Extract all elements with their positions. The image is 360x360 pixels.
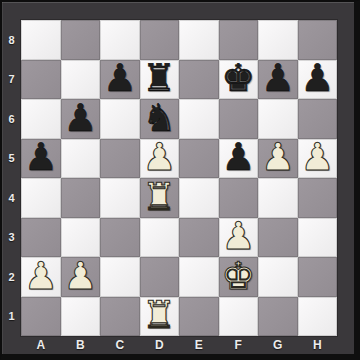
- square-f7[interactable]: ♚: [219, 60, 259, 100]
- square-c6[interactable]: [100, 99, 140, 139]
- square-d8[interactable]: [140, 20, 180, 60]
- white-king[interactable]: ♚: [221, 257, 255, 295]
- file-label-g: G: [258, 336, 298, 354]
- rank-label-5: 5: [2, 139, 21, 179]
- square-c2[interactable]: [100, 257, 140, 297]
- square-e4[interactable]: [179, 178, 219, 218]
- square-c1[interactable]: [100, 297, 140, 337]
- black-pawn[interactable]: ♟: [63, 99, 97, 137]
- rank-label-6: 6: [2, 99, 21, 139]
- square-e7[interactable]: [179, 60, 219, 100]
- square-e5[interactable]: [179, 139, 219, 179]
- square-c8[interactable]: [100, 20, 140, 60]
- square-h5[interactable]: ♟: [298, 139, 338, 179]
- file-label-h: H: [298, 336, 338, 354]
- white-pawn[interactable]: ♟: [63, 257, 97, 295]
- black-pawn[interactable]: ♟: [221, 138, 255, 176]
- square-c5[interactable]: [100, 139, 140, 179]
- square-b7[interactable]: [61, 60, 101, 100]
- square-b5[interactable]: [61, 139, 101, 179]
- square-c7[interactable]: ♟: [100, 60, 140, 100]
- square-d6[interactable]: ♞: [140, 99, 180, 139]
- file-label-e: E: [179, 336, 219, 354]
- file-label-b: B: [61, 336, 101, 354]
- chess-board: ♟♜♚♟♟♟♞♟♟♟♟♟♜♟♟♟♚♜: [21, 20, 337, 336]
- square-d2[interactable]: [140, 257, 180, 297]
- black-rook[interactable]: ♜: [142, 59, 176, 97]
- square-d3[interactable]: [140, 218, 180, 258]
- black-pawn[interactable]: ♟: [261, 59, 295, 97]
- rank-labels: 87654321: [2, 20, 21, 336]
- file-label-f: F: [219, 336, 259, 354]
- square-b3[interactable]: [61, 218, 101, 258]
- rank-label-4: 4: [2, 178, 21, 218]
- rank-label-3: 3: [2, 218, 21, 258]
- square-a2[interactable]: ♟: [21, 257, 61, 297]
- chess-board-window: 87654321 ♟♜♚♟♟♟♞♟♟♟♟♟♜♟♟♟♚♜ ABCDEFGH: [0, 0, 360, 360]
- square-g5[interactable]: ♟: [258, 139, 298, 179]
- square-a7[interactable]: [21, 60, 61, 100]
- black-king[interactable]: ♚: [221, 59, 255, 97]
- square-e1[interactable]: [179, 297, 219, 337]
- square-b1[interactable]: [61, 297, 101, 337]
- file-label-a: A: [21, 336, 61, 354]
- black-pawn[interactable]: ♟: [103, 59, 137, 97]
- square-a3[interactable]: [21, 218, 61, 258]
- white-pawn[interactable]: ♟: [221, 217, 255, 255]
- square-h1[interactable]: [298, 297, 338, 337]
- square-d1[interactable]: ♜: [140, 297, 180, 337]
- square-h2[interactable]: [298, 257, 338, 297]
- square-a4[interactable]: [21, 178, 61, 218]
- rank-label-2: 2: [2, 257, 21, 297]
- square-a8[interactable]: [21, 20, 61, 60]
- square-g6[interactable]: [258, 99, 298, 139]
- square-g2[interactable]: [258, 257, 298, 297]
- square-h4[interactable]: [298, 178, 338, 218]
- square-a6[interactable]: [21, 99, 61, 139]
- file-labels: ABCDEFGH: [21, 336, 337, 354]
- square-c3[interactable]: [100, 218, 140, 258]
- square-f6[interactable]: [219, 99, 259, 139]
- square-g1[interactable]: [258, 297, 298, 337]
- square-d4[interactable]: ♜: [140, 178, 180, 218]
- white-pawn[interactable]: ♟: [261, 138, 295, 176]
- file-label-c: C: [100, 336, 140, 354]
- rank-label-7: 7: [2, 60, 21, 100]
- black-knight[interactable]: ♞: [142, 99, 176, 137]
- square-h7[interactable]: ♟: [298, 60, 338, 100]
- white-pawn[interactable]: ♟: [142, 138, 176, 176]
- square-e6[interactable]: [179, 99, 219, 139]
- square-h3[interactable]: [298, 218, 338, 258]
- square-e3[interactable]: [179, 218, 219, 258]
- square-b8[interactable]: [61, 20, 101, 60]
- square-f8[interactable]: [219, 20, 259, 60]
- white-rook[interactable]: ♜: [142, 296, 176, 334]
- square-f4[interactable]: [219, 178, 259, 218]
- square-g7[interactable]: ♟: [258, 60, 298, 100]
- square-a5[interactable]: ♟: [21, 139, 61, 179]
- square-g4[interactable]: [258, 178, 298, 218]
- rank-label-1: 1: [2, 297, 21, 337]
- square-d7[interactable]: ♜: [140, 60, 180, 100]
- square-f5[interactable]: ♟: [219, 139, 259, 179]
- square-g8[interactable]: [258, 20, 298, 60]
- square-f2[interactable]: ♚: [219, 257, 259, 297]
- square-g3[interactable]: [258, 218, 298, 258]
- square-f1[interactable]: [219, 297, 259, 337]
- file-label-d: D: [140, 336, 180, 354]
- square-e2[interactable]: [179, 257, 219, 297]
- black-pawn[interactable]: ♟: [24, 138, 58, 176]
- square-h6[interactable]: [298, 99, 338, 139]
- square-a1[interactable]: [21, 297, 61, 337]
- white-rook[interactable]: ♜: [142, 178, 176, 216]
- white-pawn[interactable]: ♟: [24, 257, 58, 295]
- white-pawn[interactable]: ♟: [300, 138, 334, 176]
- square-b2[interactable]: ♟: [61, 257, 101, 297]
- rank-label-8: 8: [2, 20, 21, 60]
- black-pawn[interactable]: ♟: [300, 59, 334, 97]
- square-e8[interactable]: [179, 20, 219, 60]
- square-b6[interactable]: ♟: [61, 99, 101, 139]
- square-c4[interactable]: [100, 178, 140, 218]
- square-f3[interactable]: ♟: [219, 218, 259, 258]
- square-h8[interactable]: [298, 20, 338, 60]
- square-b4[interactable]: [61, 178, 101, 218]
- square-d5[interactable]: ♟: [140, 139, 180, 179]
